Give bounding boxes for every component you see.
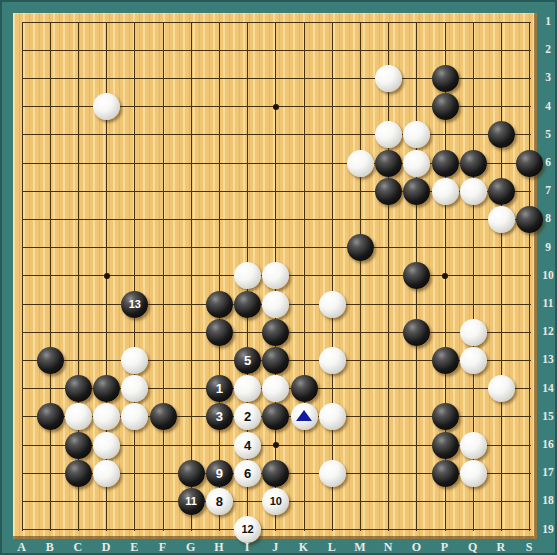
white-stone-I10[interactable]	[234, 262, 261, 289]
white-stone-E13[interactable]	[121, 347, 148, 374]
black-stone-P16[interactable]	[432, 432, 459, 459]
grid-line-vertical	[304, 22, 305, 531]
grid-line-vertical	[332, 22, 333, 531]
move-number-label: 1	[216, 382, 223, 395]
white-stone-E15[interactable]	[121, 403, 148, 430]
black-stone-E11[interactable]: 13	[121, 291, 148, 318]
black-stone-O10[interactable]	[403, 262, 430, 289]
column-label-H: H	[209, 540, 229, 555]
white-stone-Q7[interactable]	[460, 178, 487, 205]
grid-line-horizontal	[22, 529, 531, 530]
white-stone-I16[interactable]: 4	[234, 432, 261, 459]
black-stone-N7[interactable]	[375, 178, 402, 205]
black-stone-C16[interactable]	[65, 432, 92, 459]
white-stone-Q13[interactable]	[460, 347, 487, 374]
move-number-label: 3	[216, 410, 223, 423]
column-label-D: D	[96, 540, 116, 555]
white-stone-I15[interactable]: 2	[234, 403, 261, 430]
black-stone-H14[interactable]: 1	[206, 375, 233, 402]
white-stone-C15[interactable]	[65, 403, 92, 430]
row-label-4: 4	[540, 99, 556, 114]
black-stone-B13[interactable]	[37, 347, 64, 374]
grid-line-vertical	[529, 22, 530, 531]
row-label-15: 15	[540, 409, 556, 424]
row-label-3: 3	[540, 70, 556, 85]
move-number-label: 6	[244, 467, 251, 480]
white-stone-D16[interactable]	[93, 432, 120, 459]
column-label-C: C	[68, 540, 88, 555]
column-label-R: R	[491, 540, 511, 555]
black-stone-Q6[interactable]	[460, 150, 487, 177]
white-stone-M6[interactable]	[347, 150, 374, 177]
white-stone-J18[interactable]: 10	[262, 488, 289, 515]
column-label-S: S	[519, 540, 539, 555]
move-number-label: 10	[270, 496, 282, 507]
black-stone-O7[interactable]	[403, 178, 430, 205]
row-label-16: 16	[540, 437, 556, 452]
white-stone-D17[interactable]	[93, 460, 120, 487]
grid-line-vertical	[388, 22, 389, 531]
black-stone-H15[interactable]: 3	[206, 403, 233, 430]
go-board-diagram: 1351324961181012 ABCDEFGHIJKLMNOPQRS1234…	[0, 0, 557, 555]
white-stone-L15[interactable]	[319, 403, 346, 430]
grid-line-vertical	[501, 22, 502, 531]
black-stone-M9[interactable]	[347, 234, 374, 261]
move-number-label: 12	[241, 524, 253, 535]
row-label-5: 5	[540, 127, 556, 142]
row-label-12: 12	[540, 324, 556, 339]
white-stone-D4[interactable]	[93, 93, 120, 120]
black-stone-F15[interactable]	[150, 403, 177, 430]
white-stone-L11[interactable]	[319, 291, 346, 318]
black-stone-P15[interactable]	[432, 403, 459, 430]
column-label-N: N	[378, 540, 398, 555]
white-stone-H18[interactable]: 8	[206, 488, 233, 515]
black-stone-H17[interactable]: 9	[206, 460, 233, 487]
black-stone-J12[interactable]	[262, 319, 289, 346]
white-stone-I17[interactable]: 6	[234, 460, 261, 487]
white-stone-O6[interactable]	[403, 150, 430, 177]
white-stone-J14[interactable]	[262, 375, 289, 402]
column-label-O: O	[406, 540, 426, 555]
white-stone-I14[interactable]	[234, 375, 261, 402]
move-number-label: 13	[129, 299, 141, 310]
black-stone-H12[interactable]	[206, 319, 233, 346]
black-stone-N6[interactable]	[375, 150, 402, 177]
black-stone-P17[interactable]	[432, 460, 459, 487]
black-stone-C17[interactable]	[65, 460, 92, 487]
black-stone-J13[interactable]	[262, 347, 289, 374]
row-label-10: 10	[540, 268, 556, 283]
move-number-label: 9	[216, 467, 223, 480]
black-stone-P6[interactable]	[432, 150, 459, 177]
white-stone-L17[interactable]	[319, 460, 346, 487]
star-point-J4	[273, 104, 279, 110]
grid-line-vertical	[360, 22, 361, 531]
row-label-17: 17	[540, 465, 556, 480]
move-number-label: 11	[185, 496, 197, 507]
column-label-B: B	[40, 540, 60, 555]
row-label-6: 6	[540, 155, 556, 170]
row-label-1: 1	[540, 14, 556, 29]
white-stone-R14[interactable]	[488, 375, 515, 402]
black-stone-B15[interactable]	[37, 403, 64, 430]
black-stone-J15[interactable]	[262, 403, 289, 430]
black-stone-P4[interactable]	[432, 93, 459, 120]
white-stone-N3[interactable]	[375, 65, 402, 92]
black-stone-J17[interactable]	[262, 460, 289, 487]
white-stone-Q17[interactable]	[460, 460, 487, 487]
white-stone-R8[interactable]	[488, 206, 515, 233]
column-label-L: L	[322, 540, 342, 555]
column-label-J: J	[265, 540, 285, 555]
row-label-13: 13	[540, 352, 556, 367]
white-stone-N5[interactable]	[375, 121, 402, 148]
black-stone-D14[interactable]	[93, 375, 120, 402]
white-stone-D15[interactable]	[93, 403, 120, 430]
black-stone-C14[interactable]	[65, 375, 92, 402]
row-label-8: 8	[540, 211, 556, 226]
move-number-label: 8	[216, 495, 223, 508]
column-label-G: G	[181, 540, 201, 555]
black-stone-I11[interactable]	[234, 291, 261, 318]
black-stone-G18[interactable]: 11	[178, 488, 205, 515]
row-label-14: 14	[540, 381, 556, 396]
row-label-18: 18	[540, 493, 556, 508]
white-stone-Q16[interactable]	[460, 432, 487, 459]
black-stone-P3[interactable]	[432, 65, 459, 92]
star-point-D10	[104, 273, 110, 279]
column-label-F: F	[153, 540, 173, 555]
column-label-M: M	[350, 540, 370, 555]
move-number-label: 2	[244, 410, 251, 423]
white-stone-E14[interactable]	[121, 375, 148, 402]
row-label-19: 19	[540, 522, 556, 537]
row-label-7: 7	[540, 183, 556, 198]
row-label-2: 2	[540, 42, 556, 57]
triangle-marker-K15	[296, 410, 312, 421]
white-stone-O5[interactable]	[403, 121, 430, 148]
white-stone-J10[interactable]	[262, 262, 289, 289]
white-stone-L13[interactable]	[319, 347, 346, 374]
star-point-P10	[442, 273, 448, 279]
star-point-J16	[273, 442, 279, 448]
black-stone-K14[interactable]	[291, 375, 318, 402]
board-grid: 1351324961181012	[22, 22, 531, 531]
move-number-label: 5	[244, 354, 251, 367]
black-stone-R5[interactable]	[488, 121, 515, 148]
column-label-I: I	[237, 540, 257, 555]
column-label-Q: Q	[463, 540, 483, 555]
column-label-K: K	[294, 540, 314, 555]
column-label-P: P	[435, 540, 455, 555]
black-stone-I13[interactable]: 5	[234, 347, 261, 374]
black-stone-O12[interactable]	[403, 319, 430, 346]
black-stone-H11[interactable]	[206, 291, 233, 318]
column-label-E: E	[124, 540, 144, 555]
black-stone-R7[interactable]	[488, 178, 515, 205]
row-label-9: 9	[540, 240, 556, 255]
black-stone-P13[interactable]	[432, 347, 459, 374]
white-stone-P7[interactable]	[432, 178, 459, 205]
white-stone-Q12[interactable]	[460, 319, 487, 346]
column-label-A: A	[12, 540, 32, 555]
row-label-11: 11	[540, 296, 556, 311]
move-number-label: 4	[244, 439, 251, 452]
go-board[interactable]: 1351324961181012	[13, 13, 537, 539]
white-stone-J11[interactable]	[262, 291, 289, 318]
black-stone-G17[interactable]	[178, 460, 205, 487]
